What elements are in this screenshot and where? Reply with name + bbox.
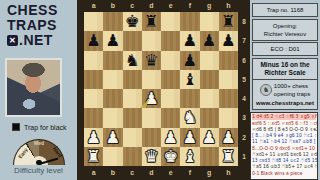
trap-number-box: Trap no. 1168 bbox=[252, 3, 318, 17]
opening-name: Richter Veresov bbox=[254, 30, 316, 38]
file-label-d: d bbox=[142, 1, 161, 11]
rank-label-1: 1 bbox=[238, 147, 250, 166]
square-a7: ♟ bbox=[84, 31, 103, 50]
opening-box: Opening: Richter Veresov bbox=[252, 19, 318, 41]
white-pawn: ♟ bbox=[202, 128, 217, 147]
black-pawn: ♟ bbox=[105, 31, 120, 50]
square-h5 bbox=[219, 70, 238, 89]
file-labels-top: abcdefgh bbox=[84, 1, 238, 11]
promo-line-1: 1000+ chess bbox=[274, 82, 310, 90]
file-label-h: h bbox=[219, 1, 238, 11]
rank-label-7: 7 bbox=[238, 31, 250, 50]
rank-label-4: 4 bbox=[238, 89, 250, 108]
square-b7: ♟ bbox=[103, 31, 122, 50]
square-b5 bbox=[103, 70, 122, 89]
move-line-10: 0-1 Black wins a piece bbox=[252, 170, 316, 176]
square-h8: ♜ bbox=[219, 12, 238, 31]
black-queen: ♛ bbox=[144, 51, 159, 70]
square-f4 bbox=[180, 89, 199, 108]
opening-label: Opening: bbox=[254, 22, 316, 30]
square-g8 bbox=[200, 12, 219, 31]
square-d3 bbox=[142, 108, 161, 127]
square-c8: ♚ bbox=[123, 12, 142, 31]
logo-line-1: CHESS bbox=[7, 3, 58, 18]
square-e2: ♟ bbox=[161, 128, 180, 147]
square-a3 bbox=[84, 108, 103, 127]
square-f7: ♟ bbox=[180, 31, 199, 50]
promo-url: www.chesstraps.net bbox=[254, 99, 316, 107]
square-e4 bbox=[161, 89, 180, 108]
file-label-e: e bbox=[161, 168, 180, 178]
square-d8: ♜ bbox=[142, 12, 161, 31]
square-c3 bbox=[123, 108, 142, 127]
presenter-photo bbox=[5, 58, 62, 117]
square-a5 bbox=[84, 70, 103, 89]
square-c2 bbox=[123, 128, 142, 147]
square-d2 bbox=[142, 128, 161, 147]
file-label-c: c bbox=[123, 168, 142, 178]
square-b2: ♟ bbox=[103, 128, 122, 147]
white-rook: ♜ bbox=[86, 147, 101, 166]
black-pawn: ♟ bbox=[182, 51, 197, 70]
square-c1 bbox=[123, 147, 142, 166]
square-g5 bbox=[200, 70, 219, 89]
square-a6 bbox=[84, 51, 103, 70]
square-h6 bbox=[219, 51, 238, 70]
gauge-label-med: Med bbox=[34, 140, 44, 146]
square-c4 bbox=[123, 89, 142, 108]
square-g4 bbox=[200, 89, 219, 108]
white-pawn: ♟ bbox=[163, 128, 178, 147]
file-label-a: a bbox=[84, 1, 103, 11]
square-e6 bbox=[161, 51, 180, 70]
white-pawn: ♟ bbox=[86, 128, 101, 147]
square-h3 bbox=[219, 108, 238, 127]
white-queen: ♛ bbox=[144, 147, 159, 166]
square-b8 bbox=[103, 12, 122, 31]
file-label-d: d bbox=[142, 168, 161, 178]
square-f6: ♟ bbox=[180, 51, 199, 70]
square-f2: ♟ bbox=[180, 128, 199, 147]
square-c7 bbox=[123, 31, 142, 50]
black-rook: ♜ bbox=[144, 12, 159, 31]
square-d7 bbox=[142, 31, 161, 50]
file-labels-bottom: abcdefgh bbox=[84, 168, 238, 178]
tagline-box: Minus 16 on the Richter Scale bbox=[252, 58, 318, 80]
square-d5 bbox=[142, 70, 161, 89]
black-bishop: ♝ bbox=[182, 70, 197, 89]
white-king: ♚ bbox=[163, 147, 178, 166]
square-b4 bbox=[103, 89, 122, 108]
tagline-line-2: Richter Scale bbox=[254, 69, 316, 77]
move-line-3: ♕d6 8 d5 ( 8 e3 O-O-O 9 ♗e2 ♗c2 ) bbox=[252, 126, 316, 132]
rank-label-3: 3 bbox=[238, 108, 250, 127]
rank-label-6: 6 bbox=[238, 51, 250, 70]
square-g7: ♟ bbox=[200, 31, 219, 50]
white-rook: ♜ bbox=[221, 147, 236, 166]
file-label-e: e bbox=[161, 1, 180, 11]
square-e3 bbox=[161, 108, 180, 127]
gauge-pivot bbox=[36, 160, 42, 165]
square-h1: ♜ bbox=[219, 147, 238, 166]
square-c5 bbox=[123, 70, 142, 89]
file-label-f: f bbox=[180, 168, 199, 178]
square-e8 bbox=[161, 12, 180, 31]
rank-label-2: 2 bbox=[238, 128, 250, 147]
square-b1 bbox=[103, 147, 122, 166]
square-b6 bbox=[103, 51, 122, 70]
square-b3 bbox=[103, 108, 122, 127]
black-knight: ♞ bbox=[125, 51, 140, 70]
black-pawn: ♟ bbox=[86, 31, 101, 50]
square-a8 bbox=[84, 12, 103, 31]
square-e1: ♚ bbox=[161, 147, 180, 166]
logo-line-3: ✕ .NET bbox=[7, 33, 58, 48]
tagline-line-1: Minus 16 on the bbox=[254, 61, 316, 69]
video-frame: CHESS TRAPS ✕ .NET Trap for black Easy M… bbox=[0, 0, 320, 180]
black-pawn: ♟ bbox=[202, 31, 217, 50]
promo-line-2: opening traps bbox=[274, 90, 310, 98]
square-e5 bbox=[161, 70, 180, 89]
black-pawn: ♟ bbox=[221, 31, 236, 50]
file-label-g: g bbox=[200, 168, 219, 178]
square-a1: ♜ bbox=[84, 147, 103, 166]
square-d1: ♛ bbox=[142, 147, 161, 166]
promo-text: 1000+ chess opening traps bbox=[274, 82, 310, 98]
rank-label-5: 5 bbox=[238, 70, 250, 89]
square-e7 bbox=[161, 31, 180, 50]
difficulty-caption: Difficulty level bbox=[0, 166, 77, 175]
black-rook: ♜ bbox=[221, 12, 236, 31]
file-label-h: h bbox=[219, 168, 238, 178]
left-panel: CHESS TRAPS ✕ .NET Trap for black Easy M… bbox=[0, 0, 77, 180]
trap-side-indicator: Trap for black bbox=[12, 123, 67, 131]
file-label-c: c bbox=[123, 1, 142, 11]
square-f3: ♞ bbox=[180, 108, 199, 127]
square-g1 bbox=[200, 147, 219, 166]
eco-box: ECO : D01 bbox=[252, 42, 318, 56]
square-g6 bbox=[200, 51, 219, 70]
square-a2: ♟ bbox=[84, 128, 103, 147]
file-label-a: a bbox=[84, 168, 103, 178]
rank-labels-right: 87654321 bbox=[238, 12, 250, 166]
logo-net-label: .NET bbox=[19, 33, 53, 48]
move-list-panel: 1 d4 d5 2 ♘c3 ♘f6 3 ♗g5 ♗f5 4 ♗xf6exf6 5… bbox=[250, 112, 318, 180]
white-pawn: ♟ bbox=[221, 128, 236, 147]
square-a4 bbox=[84, 89, 103, 108]
white-pawn: ♟ bbox=[182, 128, 197, 147]
square-h7: ♟ bbox=[219, 31, 238, 50]
chesstraps-logo: CHESS TRAPS ✕ .NET bbox=[7, 3, 58, 48]
black-pawn: ♟ bbox=[182, 31, 197, 50]
square-h4 bbox=[219, 89, 238, 108]
black-square-icon bbox=[12, 123, 20, 131]
square-d6: ♛ bbox=[142, 51, 161, 70]
move-line-1: 1 d4 d5 2 ♘c3 ♘f6 3 ♗g5 ♗f5 4 ♗xf6 bbox=[252, 114, 316, 120]
square-c6: ♞ bbox=[123, 51, 142, 70]
chess-board: abcdefgh ♚♜♜♟♟♟♟♟♞♛♟♝♟♞♟♟♟♟♟♟♜♛♚♝♜ abcde… bbox=[77, 0, 250, 180]
logo-line-2: TRAPS bbox=[7, 18, 58, 33]
white-pawn: ♟ bbox=[105, 128, 120, 147]
board-grid: ♚♜♜♟♟♟♟♟♞♛♟♝♟♞♟♟♟♟♟♟♜♛♚♝♜ bbox=[84, 12, 238, 166]
white-knight: ♞ bbox=[182, 108, 197, 127]
difficulty-gauge: Easy Med Hard bbox=[13, 139, 65, 165]
move-line-9: ♖a5 16 ♔b3 ♖b5+ 17 ♔c4 ♖b4+ bbox=[252, 164, 316, 170]
move-list: 1 d4 d5 2 ♘c3 ♘f6 3 ♗g5 ♗f5 4 ♗xf6exf6 5… bbox=[251, 113, 317, 177]
square-f8 bbox=[180, 12, 199, 31]
white-bishop: ♝ bbox=[182, 147, 197, 166]
square-g3 bbox=[200, 108, 219, 127]
square-g2: ♟ bbox=[200, 128, 219, 147]
chesstraps-knight-icon: ♞ bbox=[260, 84, 272, 96]
promo-box: ♞ 1000+ chess opening traps www.chesstra… bbox=[252, 79, 318, 110]
promo-row: ♞ 1000+ chess opening traps bbox=[254, 82, 316, 98]
move-line-5: 11 ♖a1 ♘b4 12 ♖xa7 ♔b8 ] bbox=[252, 139, 316, 145]
black-king: ♚ bbox=[125, 12, 140, 31]
trap-side-label: Trap for black bbox=[24, 124, 67, 131]
file-label-g: g bbox=[200, 1, 219, 11]
file-label-b: b bbox=[103, 1, 122, 11]
move-line-7: ♖xd1+ 11 ♔xd1 bxc6 12 ♗d3 ♗xd3 bbox=[252, 151, 316, 157]
file-label-b: b bbox=[103, 168, 122, 178]
rank-label-8: 8 bbox=[238, 12, 250, 31]
square-f1: ♝ bbox=[180, 147, 199, 166]
file-label-f: f bbox=[180, 1, 199, 11]
info-panel: Trap no. 1168 Opening: Richter Veresov E… bbox=[250, 0, 320, 180]
square-f5: ♝ bbox=[180, 70, 199, 89]
x-box-icon: ✕ bbox=[7, 35, 18, 46]
square-h2: ♟ bbox=[219, 128, 238, 147]
